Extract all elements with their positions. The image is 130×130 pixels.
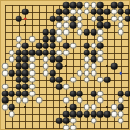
white-stone: [56, 29, 63, 36]
black-stone: [90, 8, 97, 15]
black-stone: [97, 2, 104, 9]
black-stone: [22, 77, 29, 84]
black-stone: [117, 104, 124, 111]
black-stone: [29, 49, 36, 56]
white-stone: [111, 15, 118, 22]
black-stone: [90, 111, 97, 118]
white-stone: [77, 15, 84, 22]
black-stone: [111, 2, 118, 9]
white-stone: [90, 104, 97, 111]
white-stone: [97, 56, 104, 63]
hoshi-star-point: [65, 65, 67, 67]
black-stone: [63, 2, 70, 9]
black-stone: [49, 29, 56, 36]
black-stone: [49, 15, 56, 22]
white-stone: [90, 2, 97, 9]
black-stone: [70, 104, 77, 111]
black-stone: [22, 83, 29, 90]
white-stone: [70, 43, 77, 50]
black-stone: [90, 90, 97, 97]
black-stone: [36, 49, 43, 56]
black-stone: [77, 2, 84, 9]
white-stone: [8, 111, 15, 118]
black-stone: [8, 70, 15, 77]
hoshi-star-point: [65, 106, 67, 108]
black-stone: [83, 111, 90, 118]
hoshi-star-point: [24, 24, 26, 26]
white-stone: [83, 2, 90, 9]
black-stone: [70, 2, 77, 9]
white-stone: [29, 77, 36, 84]
black-stone: [49, 49, 56, 56]
white-stone: [63, 83, 70, 90]
white-stone: [111, 104, 118, 111]
black-stone: [56, 63, 63, 70]
white-stone: [77, 70, 84, 77]
white-stone: [8, 49, 15, 56]
white-stone: [83, 104, 90, 111]
white-stone: [43, 56, 50, 63]
black-stone: [117, 90, 124, 97]
white-stone: [97, 97, 104, 104]
black-stone: [90, 56, 97, 63]
black-stone: [43, 29, 50, 36]
white-stone: [63, 49, 70, 56]
white-stone: [117, 97, 124, 104]
white-stone: [43, 63, 50, 70]
white-stone: [15, 43, 22, 50]
black-stone: [111, 63, 118, 70]
white-stone: [117, 15, 124, 22]
black-stone: [15, 56, 22, 63]
white-stone: [2, 83, 9, 90]
black-stone: [2, 90, 9, 97]
black-stone: [22, 90, 29, 97]
black-stone: [70, 22, 77, 29]
hoshi-star-point: [106, 106, 108, 108]
black-stone: [90, 29, 97, 36]
white-stone: [56, 22, 63, 29]
white-stone: [83, 63, 90, 70]
white-stone: [70, 117, 77, 124]
white-stone: [90, 70, 97, 77]
black-stone: [56, 56, 63, 63]
white-stone: [36, 97, 43, 104]
black-stone: [70, 111, 77, 118]
white-stone: [97, 77, 104, 84]
white-stone: [8, 56, 15, 63]
white-stone: [117, 29, 124, 36]
black-stone: [97, 8, 104, 15]
white-stone: [111, 111, 118, 118]
black-stone: [49, 77, 56, 84]
black-stone: [56, 15, 63, 22]
white-stone: [117, 22, 124, 29]
black-stone: [63, 111, 70, 118]
black-stone: [43, 43, 50, 50]
black-stone: [49, 43, 56, 50]
black-stone: [56, 117, 63, 124]
white-stone: [97, 49, 104, 56]
black-stone: [22, 8, 29, 15]
black-stone: [8, 90, 15, 97]
white-stone: [29, 70, 36, 77]
black-stone: [83, 49, 90, 56]
white-stone: [83, 8, 90, 15]
black-stone: [97, 22, 104, 29]
black-stone: [15, 90, 22, 97]
black-stone: [8, 104, 15, 111]
white-stone: [2, 104, 9, 111]
black-stone: [43, 36, 50, 43]
white-stone: [15, 36, 22, 43]
white-stone: [90, 15, 97, 22]
white-stone: [63, 15, 70, 22]
black-stone: [15, 77, 22, 84]
black-stone: [63, 43, 70, 50]
white-stone: [63, 97, 70, 104]
white-stone: [83, 56, 90, 63]
black-stone: [97, 111, 104, 118]
black-stone: [90, 49, 97, 56]
white-stone: [2, 63, 9, 70]
black-stone: [117, 8, 124, 15]
white-stone: [97, 36, 104, 43]
black-stone: [70, 90, 77, 97]
white-stone: [29, 83, 36, 90]
white-stone: [117, 111, 124, 118]
white-stone: [15, 97, 22, 104]
black-stone: [117, 2, 124, 9]
white-stone: [77, 8, 84, 15]
black-stone: [83, 29, 90, 36]
black-stone: [15, 83, 22, 90]
black-stone: [63, 117, 70, 124]
black-stone: [22, 43, 29, 50]
black-stone: [77, 90, 84, 97]
white-stone: [29, 63, 36, 70]
white-stone: [111, 8, 118, 15]
white-stone: [70, 77, 77, 84]
white-stone: [29, 90, 36, 97]
black-stone: [15, 49, 22, 56]
black-stone: [22, 56, 29, 63]
white-stone: [63, 124, 70, 130]
black-stone: [15, 63, 22, 70]
black-stone: [2, 97, 9, 104]
white-stone: [117, 117, 124, 124]
white-stone: [63, 29, 70, 36]
white-stone: [77, 22, 84, 29]
black-stone: [15, 15, 22, 22]
white-stone: [29, 56, 36, 63]
white-stone: [43, 70, 50, 77]
white-stone: [56, 36, 63, 43]
white-stone: [29, 36, 36, 43]
grid-line-vertical: [128, 5, 129, 129]
go-board[interactable]: [0, 0, 130, 130]
white-stone: [97, 90, 104, 97]
black-stone: [83, 43, 90, 50]
black-stone: [56, 83, 63, 90]
black-stone: [104, 111, 111, 118]
white-stone: [97, 29, 104, 36]
white-stone: [77, 29, 84, 36]
black-stone: [49, 56, 56, 63]
blue-move-marker: [119, 72, 122, 75]
hoshi-star-point: [106, 65, 108, 67]
hoshi-star-point: [24, 106, 26, 108]
black-stone: [77, 111, 84, 118]
black-stone: [36, 43, 43, 50]
black-stone: [22, 70, 29, 77]
white-stone: [90, 63, 97, 70]
white-stone: [77, 97, 84, 104]
black-stone: [104, 22, 111, 29]
black-stone: [104, 77, 111, 84]
black-stone: [124, 90, 130, 97]
black-stone: [124, 8, 130, 15]
black-stone: [56, 8, 63, 15]
black-stone: [15, 70, 22, 77]
white-stone: [22, 97, 29, 104]
black-stone: [63, 8, 70, 15]
white-stone: [90, 117, 97, 124]
white-stone: [63, 22, 70, 29]
white-stone: [90, 43, 97, 50]
black-stone: [124, 15, 130, 22]
black-stone: [97, 15, 104, 22]
black-stone: [49, 70, 56, 77]
white-stone: [2, 70, 9, 77]
black-stone: [43, 49, 50, 56]
white-stone: [70, 124, 77, 130]
white-stone: [83, 70, 90, 77]
black-stone: [49, 36, 56, 43]
white-stone: [56, 49, 63, 56]
white-stone: [83, 77, 90, 84]
black-stone: [22, 63, 29, 70]
black-stone: [22, 49, 29, 56]
red-move-marker: [24, 17, 27, 20]
black-stone: [56, 77, 63, 84]
black-stone: [97, 43, 104, 50]
white-stone: [70, 8, 77, 15]
black-stone: [70, 15, 77, 22]
black-stone: [104, 8, 111, 15]
